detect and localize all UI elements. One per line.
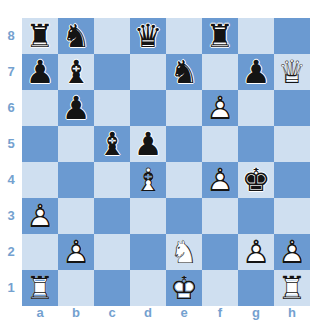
rank-label-2: 2 [0, 234, 22, 270]
square-d8[interactable]: ♛ [130, 18, 166, 54]
piece-white-knight[interactable]: ♞♘ [166, 234, 202, 270]
piece-glyph-fill: ♟ [274, 234, 310, 270]
square-e7[interactable]: ♞ [166, 54, 202, 90]
square-h4[interactable] [274, 162, 310, 198]
rank-labels: 87654321 [0, 18, 22, 306]
square-h5[interactable] [274, 126, 310, 162]
file-label-c: c [94, 306, 130, 320]
piece-black-knight[interactable]: ♞ [166, 54, 202, 90]
square-g8[interactable] [238, 18, 274, 54]
piece-glyph-fill: ♜ [22, 18, 58, 54]
piece-white-king[interactable]: ♚♔ [166, 270, 202, 306]
square-f4[interactable]: ♟♙ [202, 162, 238, 198]
piece-black-rook[interactable]: ♜ [202, 18, 238, 54]
square-b6[interactable]: ♟ [58, 90, 94, 126]
piece-glyph-outline: ♙ [238, 234, 274, 270]
square-g1[interactable] [238, 270, 274, 306]
square-e3[interactable] [166, 198, 202, 234]
rank-label-4: 4 [0, 162, 22, 198]
square-h1[interactable]: ♜♖ [274, 270, 310, 306]
piece-black-bishop[interactable]: ♝ [94, 126, 130, 162]
square-a6[interactable] [22, 90, 58, 126]
rank-label-3: 3 [0, 198, 22, 234]
piece-glyph-outline: ♔ [166, 270, 202, 306]
piece-white-pawn[interactable]: ♟♙ [202, 90, 238, 126]
piece-glyph-fill: ♟ [202, 90, 238, 126]
square-b2[interactable]: ♟♙ [58, 234, 94, 270]
square-c5[interactable]: ♝ [94, 126, 130, 162]
rank-label-6: 6 [0, 90, 22, 126]
piece-glyph-fill: ♟ [202, 162, 238, 198]
file-label-f: f [202, 306, 238, 320]
chessboard: ♜♞♛♜♟♝♞♟♛♕♟♟♙♝♟♝♗♟♙♚♟♙♟♙♞♘♟♙♟♙♜♖♚♔♜♖ [22, 18, 310, 306]
square-g3[interactable] [238, 198, 274, 234]
piece-white-rook[interactable]: ♜♖ [22, 270, 58, 306]
square-c4[interactable] [94, 162, 130, 198]
square-f5[interactable] [202, 126, 238, 162]
square-e2[interactable]: ♞♘ [166, 234, 202, 270]
square-d1[interactable] [130, 270, 166, 306]
piece-glyph-fill: ♜ [22, 270, 58, 306]
file-label-b: b [58, 306, 94, 320]
piece-white-queen[interactable]: ♛♕ [274, 54, 310, 90]
square-d4[interactable]: ♝♗ [130, 162, 166, 198]
piece-glyph-fill: ♛ [274, 54, 310, 90]
square-f6[interactable]: ♟♙ [202, 90, 238, 126]
piece-black-king[interactable]: ♚ [238, 162, 274, 198]
square-a5[interactable] [22, 126, 58, 162]
piece-black-rook[interactable]: ♜ [22, 18, 58, 54]
piece-glyph-fill: ♟ [58, 234, 94, 270]
square-g6[interactable] [238, 90, 274, 126]
square-c7[interactable] [94, 54, 130, 90]
square-d6[interactable] [130, 90, 166, 126]
square-a1[interactable]: ♜♖ [22, 270, 58, 306]
piece-glyph-outline: ♕ [274, 54, 310, 90]
piece-glyph-fill: ♟ [22, 198, 58, 234]
square-a8[interactable]: ♜ [22, 18, 58, 54]
piece-glyph-outline: ♙ [58, 234, 94, 270]
square-g7[interactable]: ♟ [238, 54, 274, 90]
piece-glyph-fill: ♟ [58, 90, 94, 126]
square-e8[interactable] [166, 18, 202, 54]
square-h6[interactable] [274, 90, 310, 126]
piece-glyph-fill: ♚ [238, 162, 274, 198]
file-label-g: g [238, 306, 274, 320]
square-h2[interactable]: ♟♙ [274, 234, 310, 270]
square-a3[interactable]: ♟♙ [22, 198, 58, 234]
square-f3[interactable] [202, 198, 238, 234]
square-c3[interactable] [94, 198, 130, 234]
piece-glyph-fill: ♞ [58, 18, 94, 54]
piece-glyph-outline: ♖ [22, 270, 58, 306]
square-b8[interactable]: ♞ [58, 18, 94, 54]
piece-white-pawn[interactable]: ♟♙ [202, 162, 238, 198]
piece-white-bishop[interactable]: ♝♗ [130, 162, 166, 198]
piece-glyph-fill: ♟ [238, 234, 274, 270]
piece-black-pawn[interactable]: ♟ [238, 54, 274, 90]
rank-label-8: 8 [0, 18, 22, 54]
piece-glyph-fill: ♝ [58, 54, 94, 90]
square-b1[interactable] [58, 270, 94, 306]
piece-black-pawn[interactable]: ♟ [130, 126, 166, 162]
square-g5[interactable] [238, 126, 274, 162]
square-c6[interactable] [94, 90, 130, 126]
piece-glyph-outline: ♘ [166, 234, 202, 270]
piece-glyph-outline: ♙ [274, 234, 310, 270]
file-labels: abcdefgh [22, 306, 310, 320]
file-label-a: a [22, 306, 58, 320]
piece-glyph-fill: ♞ [166, 54, 202, 90]
square-d7[interactable] [130, 54, 166, 90]
square-h7[interactable]: ♛♕ [274, 54, 310, 90]
square-b4[interactable] [58, 162, 94, 198]
square-e4[interactable] [166, 162, 202, 198]
piece-glyph-outline: ♖ [274, 270, 310, 306]
piece-black-pawn[interactable]: ♟ [58, 90, 94, 126]
square-b5[interactable] [58, 126, 94, 162]
piece-glyph-outline: ♙ [202, 162, 238, 198]
piece-glyph-fill: ♛ [130, 18, 166, 54]
square-a7[interactable]: ♟ [22, 54, 58, 90]
square-d2[interactable] [130, 234, 166, 270]
piece-glyph-fill: ♚ [166, 270, 202, 306]
square-b7[interactable]: ♝ [58, 54, 94, 90]
piece-glyph-outline: ♙ [202, 90, 238, 126]
piece-glyph-outline: ♙ [22, 198, 58, 234]
piece-white-pawn[interactable]: ♟♙ [22, 198, 58, 234]
piece-black-bishop[interactable]: ♝ [58, 54, 94, 90]
piece-glyph-fill: ♞ [166, 234, 202, 270]
square-b3[interactable] [58, 198, 94, 234]
piece-glyph-fill: ♜ [274, 270, 310, 306]
square-a4[interactable] [22, 162, 58, 198]
piece-glyph-outline: ♗ [130, 162, 166, 198]
rank-label-5: 5 [0, 126, 22, 162]
chessboard-frame: 87654321 ♜♞♛♜♟♝♞♟♛♕♟♟♙♝♟♝♗♟♙♚♟♙♟♙♞♘♟♙♟♙♜… [0, 0, 320, 320]
piece-glyph-fill: ♝ [94, 126, 130, 162]
page-background: 87654321 ♜♞♛♜♟♝♞♟♛♕♟♟♙♝♟♝♗♟♙♚♟♙♟♙♞♘♟♙♟♙♜… [0, 0, 320, 320]
piece-white-pawn[interactable]: ♟♙ [58, 234, 94, 270]
file-label-d: d [130, 306, 166, 320]
file-label-e: e [166, 306, 202, 320]
square-e5[interactable] [166, 126, 202, 162]
square-f2[interactable] [202, 234, 238, 270]
piece-glyph-fill: ♝ [130, 162, 166, 198]
piece-white-pawn[interactable]: ♟♙ [238, 234, 274, 270]
square-a2[interactable] [22, 234, 58, 270]
square-f8[interactable]: ♜ [202, 18, 238, 54]
piece-black-pawn[interactable]: ♟ [22, 54, 58, 90]
square-h8[interactable] [274, 18, 310, 54]
square-d5[interactable]: ♟ [130, 126, 166, 162]
piece-white-pawn[interactable]: ♟♙ [274, 234, 310, 270]
piece-black-queen[interactable]: ♛ [130, 18, 166, 54]
rank-label-7: 7 [0, 54, 22, 90]
piece-glyph-fill: ♟ [130, 126, 166, 162]
square-c1[interactable] [94, 270, 130, 306]
piece-glyph-fill: ♟ [238, 54, 274, 90]
square-c2[interactable] [94, 234, 130, 270]
file-label-h: h [274, 306, 310, 320]
piece-white-rook[interactable]: ♜♖ [274, 270, 310, 306]
square-h3[interactable] [274, 198, 310, 234]
square-c8[interactable] [94, 18, 130, 54]
rank-label-1: 1 [0, 270, 22, 306]
piece-black-knight[interactable]: ♞ [58, 18, 94, 54]
square-e1[interactable]: ♚♔ [166, 270, 202, 306]
square-g2[interactable]: ♟♙ [238, 234, 274, 270]
square-e6[interactable] [166, 90, 202, 126]
piece-glyph-fill: ♜ [202, 18, 238, 54]
square-d3[interactable] [130, 198, 166, 234]
square-f1[interactable] [202, 270, 238, 306]
square-g4[interactable]: ♚ [238, 162, 274, 198]
square-f7[interactable] [202, 54, 238, 90]
piece-glyph-fill: ♟ [22, 54, 58, 90]
